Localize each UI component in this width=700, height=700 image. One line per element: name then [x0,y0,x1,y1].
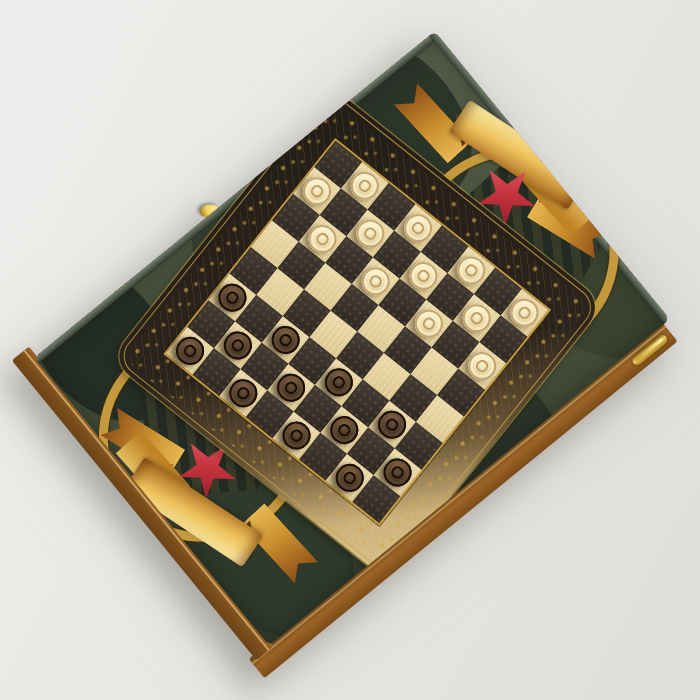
box-lid-print [34,31,670,646]
game-box [34,31,670,646]
box-shadow-wrapper [166,80,538,597]
studio-backdrop [0,0,700,700]
print-artwork [46,31,659,646]
